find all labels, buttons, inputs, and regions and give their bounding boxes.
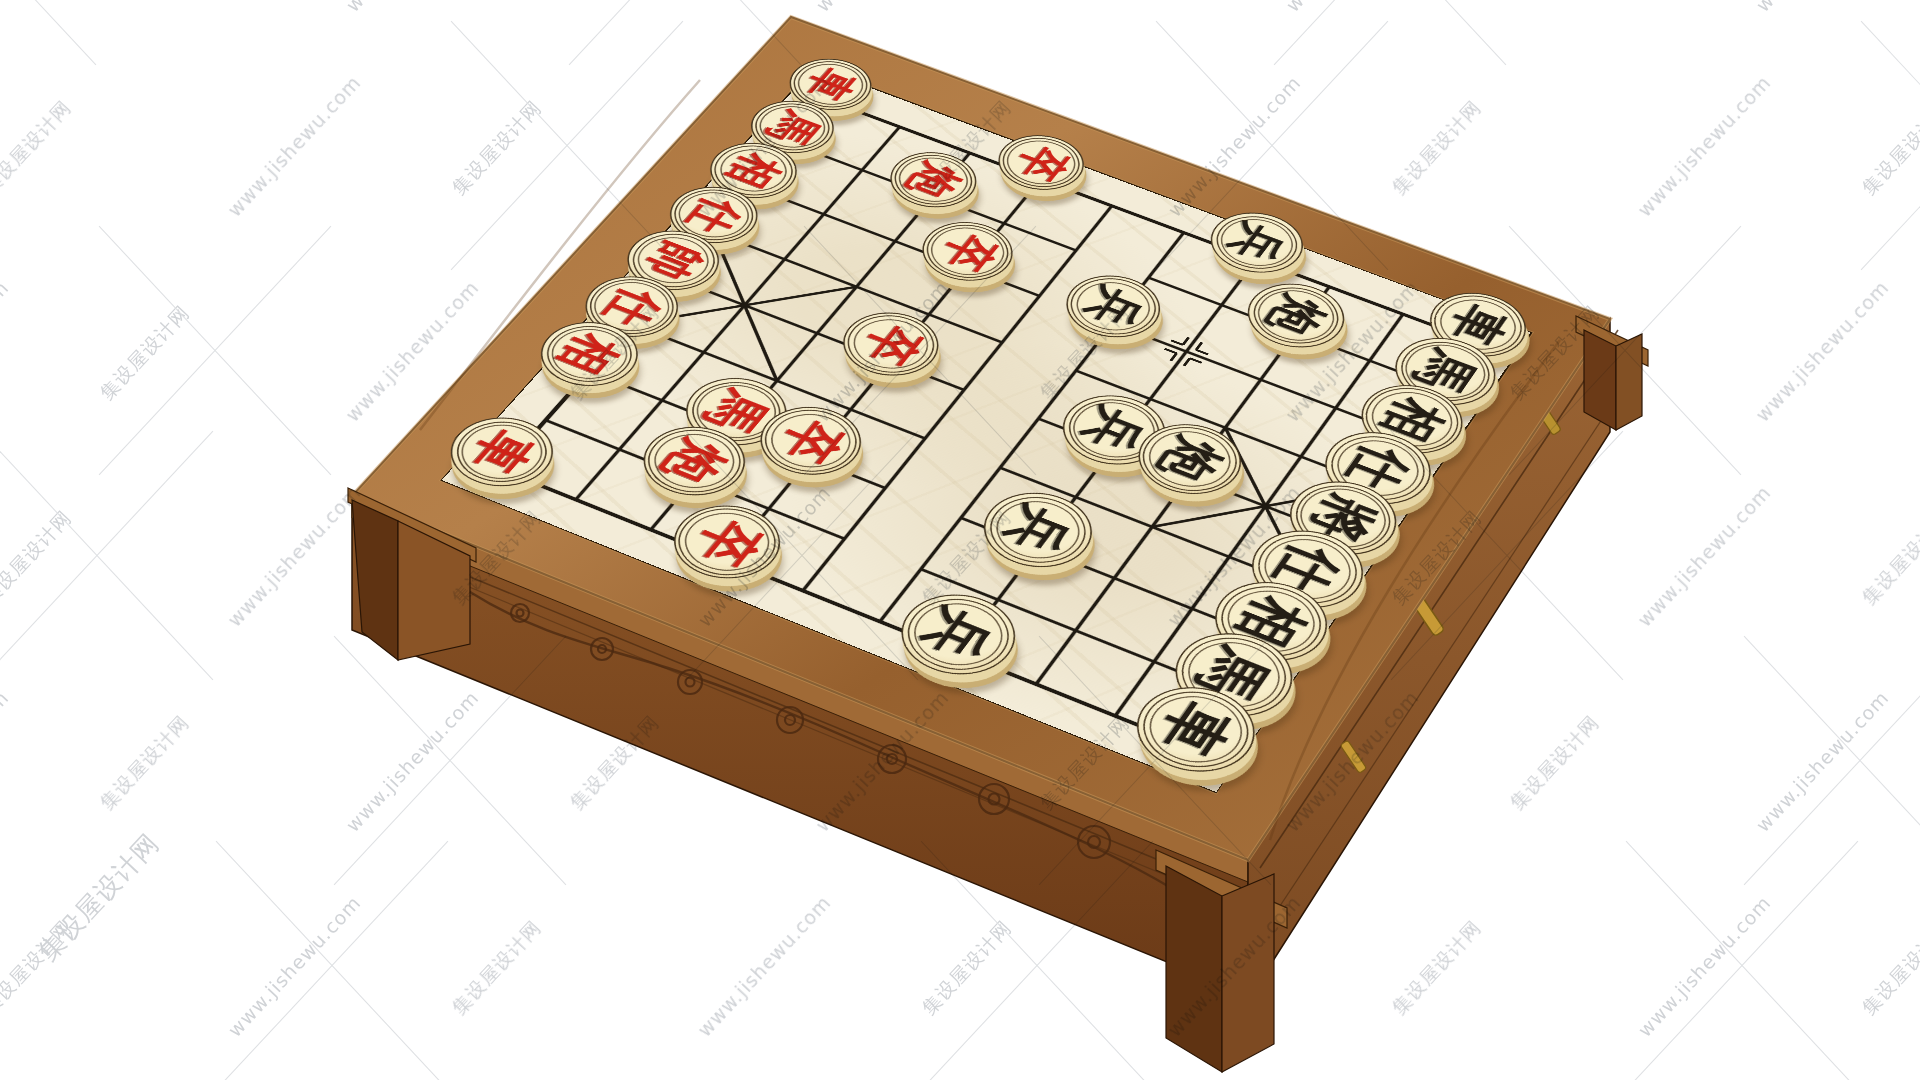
black-piece-兵[interactable]: 兵 <box>1050 264 1177 349</box>
black-piece-炮[interactable]: 炮 <box>1232 272 1359 359</box>
right-leg <box>1576 316 1648 430</box>
near-leg <box>1156 850 1287 1072</box>
red-piece-卒[interactable]: 卒 <box>906 211 1029 292</box>
red-piece-卒[interactable]: 卒 <box>826 301 956 388</box>
red-piece-炮[interactable]: 炮 <box>874 142 992 219</box>
scene: 車馬相仕帥仕相車炮馬炮卒卒卒卒卒車馬相仕將仕相馬車炮炮兵兵兵兵兵 www.jis… <box>0 0 1920 1080</box>
black-piece-兵[interactable]: 兵 <box>966 480 1109 581</box>
